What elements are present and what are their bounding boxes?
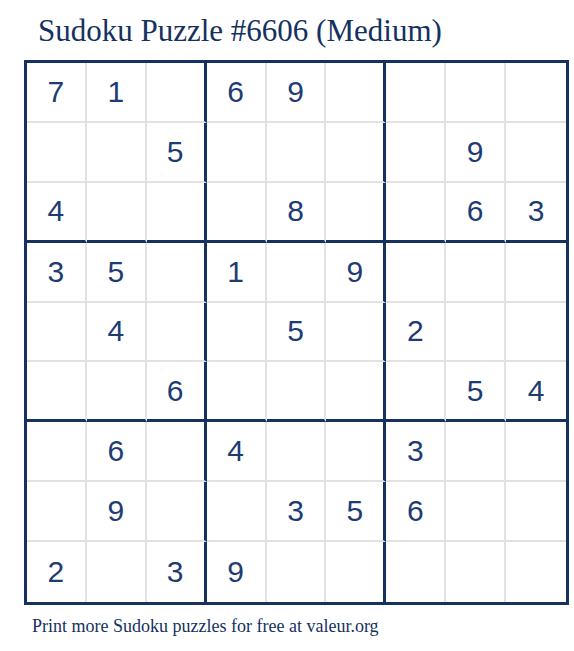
cell-r9c2 xyxy=(87,542,147,602)
cell-r3c9: 3 xyxy=(506,183,566,243)
cell-r9c5 xyxy=(267,542,327,602)
cell-r1c7 xyxy=(386,63,446,123)
cell-r5c2: 4 xyxy=(87,303,147,363)
cell-r7c3 xyxy=(147,422,207,482)
cell-r9c3: 3 xyxy=(147,542,207,602)
cell-r5c5: 5 xyxy=(267,303,327,363)
cell-r4c1: 3 xyxy=(27,243,87,303)
cell-r6c3: 6 xyxy=(147,362,207,422)
cell-r3c1: 4 xyxy=(27,183,87,243)
cell-r2c2 xyxy=(87,123,147,183)
cell-r2c3: 5 xyxy=(147,123,207,183)
cell-r3c7 xyxy=(386,183,446,243)
cell-r8c1 xyxy=(27,482,87,542)
cell-r5c8 xyxy=(446,303,506,363)
cell-r8c9 xyxy=(506,482,566,542)
cell-r7c5 xyxy=(267,422,327,482)
cell-r2c4 xyxy=(207,123,267,183)
cell-r7c9 xyxy=(506,422,566,482)
cell-r6c2 xyxy=(87,362,147,422)
cell-r6c7 xyxy=(386,362,446,422)
cell-r8c8 xyxy=(446,482,506,542)
cell-r6c4 xyxy=(207,362,267,422)
cell-r4c5 xyxy=(267,243,327,303)
cell-r4c2: 5 xyxy=(87,243,147,303)
page-title: Sudoku Puzzle #6606 (Medium) xyxy=(38,14,442,48)
cell-r8c4 xyxy=(207,482,267,542)
cell-r2c6 xyxy=(326,123,386,183)
cell-r1c5: 9 xyxy=(267,63,327,123)
cell-r1c4: 6 xyxy=(207,63,267,123)
cell-r7c1 xyxy=(27,422,87,482)
cell-r4c6: 9 xyxy=(326,243,386,303)
cell-r8c5: 3 xyxy=(267,482,327,542)
cell-r2c9 xyxy=(506,123,566,183)
cell-r7c8 xyxy=(446,422,506,482)
cell-r2c8: 9 xyxy=(446,123,506,183)
cell-r9c7 xyxy=(386,542,446,602)
cell-r2c1 xyxy=(27,123,87,183)
cell-r2c7 xyxy=(386,123,446,183)
cell-r1c1: 7 xyxy=(27,63,87,123)
cell-r1c9 xyxy=(506,63,566,123)
cell-r3c5: 8 xyxy=(267,183,327,243)
cell-r6c6 xyxy=(326,362,386,422)
cell-r2c5 xyxy=(267,123,327,183)
cell-r5c1 xyxy=(27,303,87,363)
cell-r3c3 xyxy=(147,183,207,243)
cell-r9c1: 2 xyxy=(27,542,87,602)
cell-r6c1 xyxy=(27,362,87,422)
cell-r4c3 xyxy=(147,243,207,303)
cell-r9c6 xyxy=(326,542,386,602)
cell-r1c2: 1 xyxy=(87,63,147,123)
cell-r4c4: 1 xyxy=(207,243,267,303)
sudoku-board: 716959486335194526546439356239 xyxy=(24,60,569,605)
cell-r3c4 xyxy=(207,183,267,243)
cell-r5c6 xyxy=(326,303,386,363)
cell-r9c8 xyxy=(446,542,506,602)
cell-r5c4 xyxy=(207,303,267,363)
cell-r9c4: 9 xyxy=(207,542,267,602)
cell-r1c8 xyxy=(446,63,506,123)
cell-r3c8: 6 xyxy=(446,183,506,243)
cell-r5c3 xyxy=(147,303,207,363)
cell-r1c3 xyxy=(147,63,207,123)
cell-r9c9 xyxy=(506,542,566,602)
cell-r6c5 xyxy=(267,362,327,422)
cell-r8c3 xyxy=(147,482,207,542)
cell-r7c6 xyxy=(326,422,386,482)
cell-r7c7: 3 xyxy=(386,422,446,482)
cell-r4c8 xyxy=(446,243,506,303)
cell-r8c6: 5 xyxy=(326,482,386,542)
cell-r5c7: 2 xyxy=(386,303,446,363)
cell-r6c8: 5 xyxy=(446,362,506,422)
cell-r7c2: 6 xyxy=(87,422,147,482)
cell-r7c4: 4 xyxy=(207,422,267,482)
cell-r3c2 xyxy=(87,183,147,243)
footer-text: Print more Sudoku puzzles for free at va… xyxy=(32,616,379,638)
cell-r8c2: 9 xyxy=(87,482,147,542)
cell-r1c6 xyxy=(326,63,386,123)
cell-r6c9: 4 xyxy=(506,362,566,422)
cell-r3c6 xyxy=(326,183,386,243)
sudoku-page: Sudoku Puzzle #6606 (Medium) 71695948633… xyxy=(0,0,574,651)
cell-r4c7 xyxy=(386,243,446,303)
cell-r8c7: 6 xyxy=(386,482,446,542)
cell-r5c9 xyxy=(506,303,566,363)
cell-r4c9 xyxy=(506,243,566,303)
